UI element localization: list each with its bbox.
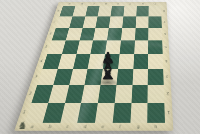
rank-label-right-7: 7 xyxy=(164,21,166,23)
chessboard: ♞ aa88bb77cc66dd55ee44ff33gg22hh11 xyxy=(14,2,173,131)
rank-label-right-5: 5 xyxy=(165,45,167,48)
rank-label-right-4: 4 xyxy=(165,59,168,62)
rank-label-right-3: 3 xyxy=(166,75,169,78)
square-e8 xyxy=(110,6,124,17)
square-f6 xyxy=(121,28,136,40)
square-g6 xyxy=(135,28,149,40)
file-label-top-a: a xyxy=(68,3,71,5)
square-f2 xyxy=(114,85,132,103)
file-label-top-g: g xyxy=(142,3,144,5)
rank-label-right-1: 1 xyxy=(167,110,170,114)
square-g8 xyxy=(136,6,149,17)
square-f1 xyxy=(112,103,131,123)
rank-label-left-3: 3 xyxy=(34,75,38,78)
rank-label-left-7: 7 xyxy=(53,21,56,23)
square-g4 xyxy=(133,54,148,69)
rank-label-left-5: 5 xyxy=(45,45,48,48)
rank-label-left-2: 2 xyxy=(29,92,33,96)
square-e2 xyxy=(98,85,116,103)
file-label-top-f: f xyxy=(129,3,130,5)
rank-label-left-6: 6 xyxy=(49,33,52,36)
file-label-bottom-d: d xyxy=(83,125,87,129)
black-bishop: ♝ xyxy=(95,61,121,83)
file-label-top-d: d xyxy=(105,3,107,5)
rank-label-right-2: 2 xyxy=(166,92,169,96)
rank-label-left-1: 1 xyxy=(22,110,26,114)
square-f5 xyxy=(119,40,134,54)
square-h8 xyxy=(149,6,162,17)
square-h2 xyxy=(148,85,165,103)
file-label-top-h: h xyxy=(154,3,156,5)
square-g1 xyxy=(130,103,148,123)
square-g5 xyxy=(134,40,149,54)
file-label-bottom-b: b xyxy=(48,125,52,129)
square-e6 xyxy=(107,28,122,40)
file-label-bottom-c: c xyxy=(66,125,69,129)
file-label-top-c: c xyxy=(93,3,95,5)
square-e7 xyxy=(109,16,123,28)
file-label-top-e: e xyxy=(117,3,119,5)
square-h6 xyxy=(148,28,162,40)
square-e1 xyxy=(95,103,115,123)
square-g3 xyxy=(132,69,148,85)
square-h3 xyxy=(148,69,164,85)
rank-label-left-4: 4 xyxy=(40,59,43,62)
rank-label-right-6: 6 xyxy=(164,33,166,36)
maker-crest-logo: ♞ xyxy=(14,119,32,132)
rank-label-right-8: 8 xyxy=(163,10,165,12)
square-h7 xyxy=(149,16,162,28)
square-h4 xyxy=(148,54,163,69)
square-g2 xyxy=(131,85,148,103)
photo-background: ♞ aa88bb77cc66dd55ee44ff33gg22hh11 ♟ ♝ xyxy=(0,0,200,134)
file-label-bottom-h: h xyxy=(155,125,158,129)
square-f8 xyxy=(123,6,136,17)
file-label-bottom-g: g xyxy=(137,125,140,129)
square-h5 xyxy=(148,40,162,54)
file-label-bottom-a: a xyxy=(30,125,34,129)
file-label-bottom-e: e xyxy=(101,125,104,129)
file-label-bottom-f: f xyxy=(119,125,121,129)
square-f7 xyxy=(122,16,136,28)
file-label-top-b: b xyxy=(80,3,83,5)
rank-label-left-8: 8 xyxy=(57,10,60,12)
square-g7 xyxy=(135,16,148,28)
square-h1 xyxy=(147,103,165,123)
